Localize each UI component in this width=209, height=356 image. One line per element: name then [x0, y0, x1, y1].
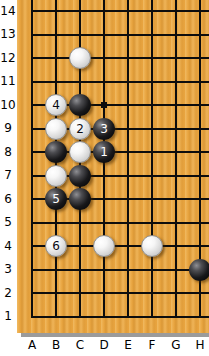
grid-line-horizontal — [31, 222, 209, 224]
stone-white-move-6[interactable]: 6 — [45, 235, 67, 257]
grid-line-horizontal — [31, 10, 209, 12]
grid-line-horizontal — [31, 34, 209, 36]
stone-white-move-4[interactable]: 4 — [45, 94, 67, 116]
column-coordinate-label: G — [168, 338, 184, 352]
stone-move-number: 2 — [76, 118, 84, 140]
stone-white-move-2[interactable]: 2 — [69, 118, 91, 140]
column-coordinate-label: F — [144, 338, 160, 352]
stone-black-move-5[interactable]: 5 — [45, 188, 67, 210]
stone-move-number: 4 — [52, 94, 60, 116]
row-coordinate-label: 6 — [0, 192, 16, 207]
column-coordinate-label: D — [96, 338, 112, 352]
stone-move-number: 5 — [52, 188, 60, 210]
stone-black[interactable] — [69, 188, 91, 210]
row-coordinate-label: 3 — [0, 262, 16, 277]
stone-white[interactable] — [93, 235, 115, 257]
row-coordinate-label: 5 — [0, 215, 16, 230]
stone-black[interactable] — [69, 165, 91, 187]
grid-line-horizontal — [31, 292, 209, 294]
stone-black[interactable] — [189, 259, 209, 281]
stone-move-number: 6 — [52, 235, 60, 257]
column-coordinate-label: H — [192, 338, 208, 352]
grid-line-horizontal — [31, 316, 209, 318]
stone-black-move-1[interactable]: 1 — [93, 141, 115, 163]
stone-black[interactable] — [69, 94, 91, 116]
stone-white[interactable] — [45, 165, 67, 187]
row-coordinate-label: 9 — [0, 121, 16, 136]
grid-line-horizontal — [31, 81, 209, 83]
grid-line-horizontal — [31, 57, 209, 59]
stone-white[interactable] — [69, 47, 91, 69]
row-coordinate-label: 4 — [0, 239, 16, 254]
row-coordinate-label: 8 — [0, 145, 16, 160]
go-board-diagram: 423156 1413121110987654321ABCDEFGH — [0, 0, 209, 356]
stone-white[interactable] — [45, 118, 67, 140]
row-coordinate-label: 12 — [0, 51, 16, 66]
column-coordinate-label: A — [24, 338, 40, 352]
star-point — [101, 102, 107, 108]
go-board[interactable]: 423156 — [17, 0, 209, 333]
grid-line-horizontal — [31, 269, 209, 271]
column-coordinate-label: B — [48, 338, 64, 352]
row-coordinate-label: 11 — [0, 74, 16, 89]
row-coordinate-label: 14 — [0, 4, 16, 19]
stone-black-move-3[interactable]: 3 — [93, 118, 115, 140]
stone-move-number: 1 — [100, 141, 108, 163]
stone-white[interactable] — [69, 141, 91, 163]
column-coordinate-label: C — [72, 338, 88, 352]
stone-white[interactable] — [141, 235, 163, 257]
column-coordinate-label: E — [120, 338, 136, 352]
row-coordinate-label: 7 — [0, 168, 16, 183]
row-coordinate-label: 2 — [0, 286, 16, 301]
stone-black[interactable] — [45, 141, 67, 163]
stone-move-number: 3 — [100, 118, 108, 140]
row-coordinate-label: 1 — [0, 309, 16, 324]
row-coordinate-label: 10 — [0, 98, 16, 113]
row-coordinate-label: 13 — [0, 27, 16, 42]
